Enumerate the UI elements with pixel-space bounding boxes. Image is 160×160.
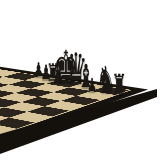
piece-black-rook-icon[interactable]: ♜	[110, 71, 127, 99]
product-photo-scene: ♟♟♜♝♚♛♝♟♞♜	[0, 0, 160, 160]
pieces-layer: ♟♟♜♝♚♛♝♟♞♜	[0, 0, 160, 160]
